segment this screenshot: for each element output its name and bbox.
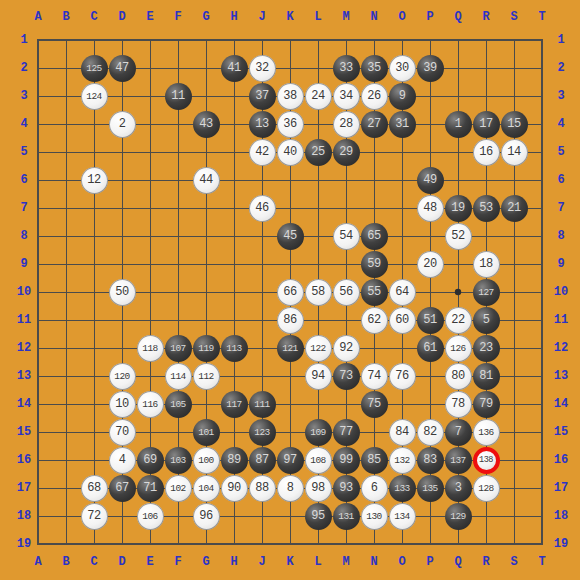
stone-G4-black-43: 43	[193, 111, 220, 138]
stone-R5-white-16: 16	[473, 139, 500, 166]
stone-K11-white-86: 86	[277, 307, 304, 334]
stone-move-number: 79	[479, 397, 492, 411]
stone-move-number: 129	[450, 511, 466, 522]
stone-move-number: 48	[423, 201, 436, 215]
stone-L12-white-122: 122	[305, 335, 332, 362]
stone-Q17-black-3: 3	[445, 475, 472, 502]
stone-M10-white-56: 56	[333, 279, 360, 306]
stone-Q13-white-80: 80	[445, 363, 472, 390]
stone-move-number: 130	[366, 511, 382, 522]
stone-move-number: 125	[86, 63, 102, 74]
stone-C17-white-68: 68	[81, 475, 108, 502]
stone-H16-black-89: 89	[221, 447, 248, 474]
stone-F3-black-11: 11	[165, 83, 192, 110]
stone-G16-white-100: 100	[193, 447, 220, 474]
stone-S7-black-21: 21	[501, 195, 528, 222]
stone-P15-white-82: 82	[417, 419, 444, 446]
stone-move-number: 87	[255, 453, 268, 467]
stone-Q4-black-1: 1	[445, 111, 472, 138]
stone-O2-white-30: 30	[389, 55, 416, 82]
stone-M3-white-34: 34	[333, 83, 360, 110]
stone-move-number: 127	[478, 287, 494, 298]
stone-N8-black-65: 65	[361, 223, 388, 250]
stone-move-number: 3	[455, 481, 462, 495]
stone-K8-black-45: 45	[277, 223, 304, 250]
stone-move-number: 67	[115, 481, 128, 495]
stone-L5-black-25: 25	[305, 139, 332, 166]
stone-C3-white-124: 124	[81, 83, 108, 110]
stone-move-number: 20	[423, 257, 436, 271]
stone-D10-white-50: 50	[109, 279, 136, 306]
stone-J16-black-87: 87	[249, 447, 276, 474]
stone-P2-black-39: 39	[417, 55, 444, 82]
stone-move-number: 71	[143, 481, 156, 495]
stone-move-number: 98	[311, 481, 324, 495]
stone-move-number: 55	[367, 285, 380, 299]
stone-R11-black-5: 5	[473, 307, 500, 334]
stone-F14-black-105: 105	[165, 391, 192, 418]
stone-Q18-black-129: 129	[445, 503, 472, 530]
stone-move-number: 107	[170, 343, 186, 354]
stone-move-number: 35	[367, 61, 380, 75]
stone-move-number: 65	[367, 229, 380, 243]
stone-move-number: 83	[423, 453, 436, 467]
stone-move-number: 78	[451, 397, 464, 411]
stone-F17-white-102: 102	[165, 475, 192, 502]
stone-move-number: 75	[367, 397, 380, 411]
stone-move-number: 104	[198, 483, 214, 494]
stone-P11-black-51: 51	[417, 307, 444, 334]
stone-move-number: 26	[367, 89, 380, 103]
stone-K3-white-38: 38	[277, 83, 304, 110]
stone-N3-white-26: 26	[361, 83, 388, 110]
stone-move-number: 70	[115, 425, 128, 439]
stone-move-number: 121	[282, 343, 298, 354]
stone-E14-white-116: 116	[137, 391, 164, 418]
stone-M15-black-77: 77	[333, 419, 360, 446]
stone-move-number: 137	[450, 455, 466, 466]
stone-R15-white-136: 136	[473, 419, 500, 446]
stone-move-number: 44	[199, 173, 212, 187]
stone-G15-black-101: 101	[193, 419, 220, 446]
stone-M8-white-54: 54	[333, 223, 360, 250]
stone-move-number: 51	[423, 313, 436, 327]
stone-move-number: 53	[479, 201, 492, 215]
stone-G13-white-112: 112	[193, 363, 220, 390]
stone-move-number: 126	[450, 343, 466, 354]
stone-R7-black-53: 53	[473, 195, 500, 222]
stone-move-number: 68	[87, 481, 100, 495]
stone-P6-black-49: 49	[417, 167, 444, 194]
stone-move-number: 1	[455, 117, 462, 131]
stone-move-number: 43	[199, 117, 212, 131]
stone-G12-black-119: 119	[193, 335, 220, 362]
stone-N18-white-130: 130	[361, 503, 388, 530]
stone-move-number: 119	[198, 343, 214, 354]
stone-S4-black-15: 15	[501, 111, 528, 138]
stone-move-number: 131	[338, 511, 354, 522]
stone-move-number: 69	[143, 453, 156, 467]
stone-E16-black-69: 69	[137, 447, 164, 474]
stone-J3-black-37: 37	[249, 83, 276, 110]
stone-D15-white-70: 70	[109, 419, 136, 446]
stone-move-number: 138	[479, 455, 493, 465]
stone-move-number: 52	[451, 229, 464, 243]
stone-K17-white-8: 8	[277, 475, 304, 502]
stone-move-number: 109	[310, 427, 326, 438]
stone-L16-white-108: 108	[305, 447, 332, 474]
stone-move-number: 117	[226, 399, 242, 410]
stone-L17-white-98: 98	[305, 475, 332, 502]
stone-K12-black-121: 121	[277, 335, 304, 362]
stone-move-number: 88	[255, 481, 268, 495]
stone-C18-white-72: 72	[81, 503, 108, 530]
stone-move-number: 94	[311, 369, 324, 383]
stone-N13-white-74: 74	[361, 363, 388, 390]
stone-move-number: 101	[198, 427, 214, 438]
stone-move-number: 29	[339, 145, 352, 159]
stone-move-number: 7	[455, 425, 462, 439]
stone-move-number: 2	[119, 117, 126, 131]
stone-O11-white-60: 60	[389, 307, 416, 334]
stone-move-number: 40	[283, 145, 296, 159]
stone-move-number: 36	[283, 117, 296, 131]
stone-move-number: 15	[507, 117, 520, 131]
stone-C6-white-12: 12	[81, 167, 108, 194]
stone-move-number: 74	[367, 369, 380, 383]
stone-move-number: 37	[255, 89, 268, 103]
stone-M4-white-28: 28	[333, 111, 360, 138]
stone-move-number: 10	[115, 397, 128, 411]
stone-D13-white-120: 120	[109, 363, 136, 390]
stone-move-number: 42	[255, 145, 268, 159]
stone-N9-black-59: 59	[361, 251, 388, 278]
stone-move-number: 28	[339, 117, 352, 131]
stone-move-number: 113	[226, 343, 242, 354]
go-game-record-board: ABCDEFGHJKLMNOPQRST ABCDEFGHJKLMNOPQRST …	[0, 0, 580, 580]
stone-move-number: 111	[254, 399, 270, 410]
stone-move-number: 105	[170, 399, 186, 410]
stone-move-number: 16	[479, 145, 492, 159]
stone-move-number: 106	[142, 511, 158, 522]
stone-move-number: 25	[311, 145, 324, 159]
stone-move-number: 6	[371, 481, 378, 495]
stone-move-number: 60	[395, 313, 408, 327]
stone-S5-white-14: 14	[501, 139, 528, 166]
stone-E17-black-71: 71	[137, 475, 164, 502]
stone-move-number: 49	[423, 173, 436, 187]
stone-Q15-black-7: 7	[445, 419, 472, 446]
stone-Q14-white-78: 78	[445, 391, 472, 418]
stone-move-number: 92	[339, 341, 352, 355]
stone-move-number: 97	[283, 453, 296, 467]
stone-O17-black-133: 133	[389, 475, 416, 502]
stone-move-number: 76	[395, 369, 408, 383]
stone-move-number: 39	[423, 61, 436, 75]
stone-move-number: 17	[479, 117, 492, 131]
stone-move-number: 13	[255, 117, 268, 131]
stone-Q12-white-126: 126	[445, 335, 472, 362]
stone-R10-black-127: 127	[473, 279, 500, 306]
stone-move-number: 90	[227, 481, 240, 495]
stone-move-number: 103	[170, 455, 186, 466]
stone-move-number: 56	[339, 285, 352, 299]
stone-move-number: 32	[255, 61, 268, 75]
stone-C2-black-125: 125	[81, 55, 108, 82]
stone-Q11-white-22: 22	[445, 307, 472, 334]
stone-K16-black-97: 97	[277, 447, 304, 474]
stone-move-number: 77	[339, 425, 352, 439]
stone-move-number: 14	[507, 145, 520, 159]
stone-move-number: 100	[198, 455, 214, 466]
stone-K10-white-66: 66	[277, 279, 304, 306]
stone-F16-black-103: 103	[165, 447, 192, 474]
stone-M5-black-29: 29	[333, 139, 360, 166]
stone-M13-black-73: 73	[333, 363, 360, 390]
stone-move-number: 116	[142, 399, 158, 410]
stone-F12-black-107: 107	[165, 335, 192, 362]
stone-E12-white-118: 118	[137, 335, 164, 362]
stone-R4-black-17: 17	[473, 111, 500, 138]
stone-L3-white-24: 24	[305, 83, 332, 110]
stone-move-number: 133	[394, 483, 410, 494]
stone-move-number: 24	[311, 89, 324, 103]
stone-E18-white-106: 106	[137, 503, 164, 530]
stone-M16-black-99: 99	[333, 447, 360, 474]
stone-move-number: 22	[451, 313, 464, 327]
stone-move-number: 108	[310, 455, 326, 466]
stone-move-number: 82	[423, 425, 436, 439]
stone-move-number: 47	[115, 61, 128, 75]
stone-M17-black-93: 93	[333, 475, 360, 502]
stone-move-number: 72	[87, 509, 100, 523]
stone-move-number: 31	[395, 117, 408, 131]
stone-move-number: 118	[142, 343, 158, 354]
stone-O15-white-84: 84	[389, 419, 416, 446]
stone-O16-white-132: 132	[389, 447, 416, 474]
stone-O18-white-134: 134	[389, 503, 416, 530]
stone-move-number: 4	[119, 453, 126, 467]
stone-move-number: 93	[339, 481, 352, 495]
stone-move-number: 89	[227, 453, 240, 467]
stone-H12-black-113: 113	[221, 335, 248, 362]
stone-move-number: 80	[451, 369, 464, 383]
stone-move-number: 102	[170, 483, 186, 494]
stone-move-number: 84	[395, 425, 408, 439]
stone-K5-white-40: 40	[277, 139, 304, 166]
stone-N17-white-6: 6	[361, 475, 388, 502]
stone-move-number: 73	[339, 369, 352, 383]
last-move-stone-R16-white-138: 138	[473, 447, 500, 474]
stone-move-number: 21	[507, 201, 520, 215]
stone-move-number: 34	[339, 89, 352, 103]
stone-move-number: 66	[283, 285, 296, 299]
stone-P17-black-135: 135	[417, 475, 444, 502]
stone-move-number: 30	[395, 61, 408, 75]
stone-J4-black-13: 13	[249, 111, 276, 138]
stone-move-number: 132	[394, 455, 410, 466]
stone-N16-black-85: 85	[361, 447, 388, 474]
stone-N10-black-55: 55	[361, 279, 388, 306]
stone-R13-black-81: 81	[473, 363, 500, 390]
stone-move-number: 33	[339, 61, 352, 75]
stone-move-number: 41	[227, 61, 240, 75]
stone-move-number: 96	[199, 509, 212, 523]
stone-J7-white-46: 46	[249, 195, 276, 222]
stone-L13-white-94: 94	[305, 363, 332, 390]
stone-H14-black-117: 117	[221, 391, 248, 418]
stone-J17-white-88: 88	[249, 475, 276, 502]
stone-move-number: 122	[310, 343, 326, 354]
stone-move-number: 18	[479, 257, 492, 271]
stone-move-number: 120	[114, 371, 130, 382]
stone-J2-white-32: 32	[249, 55, 276, 82]
stone-move-number: 59	[367, 257, 380, 271]
stone-P12-black-61: 61	[417, 335, 444, 362]
stone-move-number: 11	[171, 89, 184, 103]
stone-P7-white-48: 48	[417, 195, 444, 222]
stone-R14-black-79: 79	[473, 391, 500, 418]
stone-D16-white-4: 4	[109, 447, 136, 474]
stone-Q8-white-52: 52	[445, 223, 472, 250]
stone-D4-white-2: 2	[109, 111, 136, 138]
stone-move-number: 38	[283, 89, 296, 103]
stone-move-number: 23	[479, 341, 492, 355]
stone-D14-white-10: 10	[109, 391, 136, 418]
stone-M12-white-92: 92	[333, 335, 360, 362]
stone-R9-white-18: 18	[473, 251, 500, 278]
stone-move-number: 64	[395, 285, 408, 299]
stone-L15-black-109: 109	[305, 419, 332, 446]
stone-G17-white-104: 104	[193, 475, 220, 502]
stone-Q16-black-137: 137	[445, 447, 472, 474]
stone-D17-black-67: 67	[109, 475, 136, 502]
stone-move-number: 5	[483, 313, 490, 327]
stone-O13-white-76: 76	[389, 363, 416, 390]
stone-move-number: 45	[283, 229, 296, 243]
stone-move-number: 27	[367, 117, 380, 131]
stone-move-number: 99	[339, 453, 352, 467]
stone-K4-white-36: 36	[277, 111, 304, 138]
stone-L18-black-95: 95	[305, 503, 332, 530]
stone-J14-black-111: 111	[249, 391, 276, 418]
stone-move-number: 95	[311, 509, 324, 523]
stone-move-number: 61	[423, 341, 436, 355]
stone-move-number: 135	[422, 483, 438, 494]
stone-move-number: 46	[255, 201, 268, 215]
stone-move-number: 54	[339, 229, 352, 243]
stone-move-number: 12	[87, 173, 100, 187]
stone-move-number: 8	[287, 481, 294, 495]
stone-move-number: 124	[86, 91, 102, 102]
stone-O4-black-31: 31	[389, 111, 416, 138]
stone-move-number: 123	[254, 427, 270, 438]
stone-J5-white-42: 42	[249, 139, 276, 166]
stone-N11-white-62: 62	[361, 307, 388, 334]
stone-G18-white-96: 96	[193, 503, 220, 530]
stone-move-number: 114	[170, 371, 186, 382]
stone-L10-white-58: 58	[305, 279, 332, 306]
stone-move-number: 86	[283, 313, 296, 327]
stone-H2-black-41: 41	[221, 55, 248, 82]
stone-N4-black-27: 27	[361, 111, 388, 138]
stone-N2-black-35: 35	[361, 55, 388, 82]
stone-move-number: 19	[451, 201, 464, 215]
stone-D2-black-47: 47	[109, 55, 136, 82]
stones-layer: 1254741323335303912411373824342692431336…	[0, 0, 580, 580]
stone-O3-black-9: 9	[389, 83, 416, 110]
stone-move-number: 112	[198, 371, 214, 382]
stone-G6-white-44: 44	[193, 167, 220, 194]
stone-R17-white-128: 128	[473, 475, 500, 502]
stone-move-number: 136	[478, 427, 494, 438]
stone-R12-black-23: 23	[473, 335, 500, 362]
stone-M18-black-131: 131	[333, 503, 360, 530]
stone-move-number: 81	[479, 369, 492, 383]
stone-move-number: 85	[367, 453, 380, 467]
stone-move-number: 62	[367, 313, 380, 327]
stone-move-number: 9	[399, 89, 406, 103]
stone-P9-white-20: 20	[417, 251, 444, 278]
stone-move-number: 58	[311, 285, 324, 299]
stone-N14-black-75: 75	[361, 391, 388, 418]
stone-J15-black-123: 123	[249, 419, 276, 446]
stone-O10-white-64: 64	[389, 279, 416, 306]
stone-M2-black-33: 33	[333, 55, 360, 82]
stone-F13-white-114: 114	[165, 363, 192, 390]
stone-P16-black-83: 83	[417, 447, 444, 474]
stone-move-number: 50	[115, 285, 128, 299]
stone-move-number: 134	[394, 511, 410, 522]
stone-H17-white-90: 90	[221, 475, 248, 502]
stone-Q7-black-19: 19	[445, 195, 472, 222]
stone-move-number: 128	[478, 483, 494, 494]
